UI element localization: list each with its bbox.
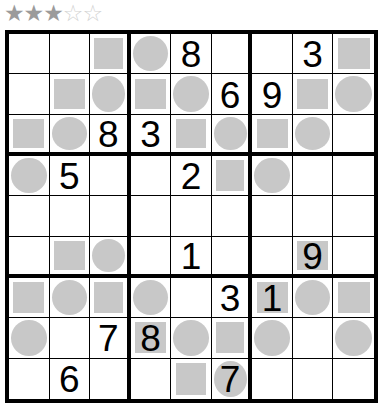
cell-r5c4[interactable] <box>131 196 172 236</box>
even-square-marker <box>338 38 370 69</box>
cell-r5c3[interactable] <box>90 196 131 236</box>
even-square-marker <box>54 241 85 270</box>
cell-r4c5[interactable]: 2 <box>171 156 212 196</box>
cell-r7c9[interactable] <box>333 278 374 318</box>
given-digit: 3 <box>220 280 241 317</box>
odd-circle-marker <box>214 117 247 150</box>
cell-r8c4[interactable]: 8 <box>131 318 172 358</box>
odd-circle-marker <box>52 280 88 315</box>
cell-r2c8[interactable] <box>293 74 334 114</box>
cell-r5c2[interactable] <box>50 196 91 236</box>
cell-r6c3[interactable] <box>90 237 131 278</box>
cell-r2c9[interactable] <box>333 74 374 114</box>
cell-r3c8[interactable] <box>293 115 334 156</box>
cell-r2c2[interactable] <box>50 74 91 114</box>
cell-r3c7[interactable] <box>252 115 293 156</box>
even-square-marker <box>216 160 245 191</box>
odd-circle-marker <box>52 117 88 150</box>
cell-r9c2[interactable]: 6 <box>50 359 91 399</box>
cell-r7c8[interactable] <box>293 278 334 318</box>
even-square-marker <box>176 363 207 395</box>
cell-r9c3[interactable] <box>90 359 131 399</box>
even-square-marker <box>176 119 207 148</box>
cell-r5c7[interactable] <box>252 196 293 236</box>
cell-r3c6[interactable] <box>212 115 253 156</box>
cell-r7c4[interactable] <box>131 278 172 318</box>
cell-r2c4[interactable] <box>131 74 172 114</box>
cell-r6c2[interactable] <box>50 237 91 278</box>
cell-r2c1[interactable] <box>9 74 50 114</box>
even-square-marker <box>54 79 85 110</box>
cell-r8c5[interactable] <box>171 318 212 358</box>
odd-circle-marker <box>133 36 169 71</box>
odd-circle-marker <box>254 158 290 193</box>
cell-r6c1[interactable] <box>9 237 50 278</box>
cell-r6c9[interactable] <box>333 237 374 278</box>
given-digit: 6 <box>59 361 80 398</box>
cell-r6c6[interactable] <box>212 237 253 278</box>
given-digit: 7 <box>98 320 119 357</box>
odd-circle-marker <box>335 320 372 355</box>
cell-r2c5[interactable] <box>171 74 212 114</box>
odd-circle-marker <box>11 158 47 193</box>
cell-r9c5[interactable] <box>171 359 212 399</box>
given-digit: 1 <box>262 280 283 317</box>
cell-r3c9[interactable] <box>333 115 374 156</box>
cell-r9c9[interactable] <box>333 359 374 399</box>
odd-circle-marker <box>133 280 169 315</box>
cell-r5c5[interactable] <box>171 196 212 236</box>
sudoku-board: 8369835219317867 <box>5 30 378 403</box>
cell-r6c5[interactable]: 1 <box>171 237 212 278</box>
given-digit: 8 <box>98 116 119 153</box>
cell-r1c2[interactable] <box>50 34 91 74</box>
filled-stars: ★★★ <box>4 0 63 26</box>
cell-r1c8[interactable]: 3 <box>293 34 334 74</box>
odd-circle-marker <box>173 320 209 355</box>
cell-r7c1[interactable] <box>9 278 50 318</box>
cell-r4c8[interactable] <box>293 156 334 196</box>
cell-r3c2[interactable] <box>50 115 91 156</box>
cell-r8c9[interactable] <box>333 318 374 358</box>
odd-circle-marker <box>92 239 125 272</box>
cell-r8c3[interactable]: 7 <box>90 318 131 358</box>
even-square-marker <box>94 38 123 69</box>
cell-r8c8[interactable] <box>293 318 334 358</box>
cell-r8c2[interactable] <box>50 318 91 358</box>
odd-circle-marker <box>92 76 125 111</box>
cell-r1c7[interactable] <box>252 34 293 74</box>
empty-stars: ☆☆ <box>63 0 102 26</box>
cell-r1c3[interactable] <box>90 34 131 74</box>
cell-r4c6[interactable] <box>212 156 253 196</box>
cell-r3c5[interactable] <box>171 115 212 156</box>
even-square-marker <box>135 79 166 110</box>
cell-r8c6[interactable] <box>212 318 253 358</box>
even-square-marker <box>257 119 288 148</box>
cell-r4c2[interactable]: 5 <box>50 156 91 196</box>
odd-circle-marker <box>335 76 372 111</box>
odd-circle-marker <box>173 76 209 111</box>
given-digit: 8 <box>181 36 202 73</box>
odd-circle-marker <box>11 320 47 355</box>
cell-r4c7[interactable] <box>252 156 293 196</box>
cell-r2c7[interactable]: 9 <box>252 74 293 114</box>
cell-r2c3[interactable] <box>90 74 131 114</box>
odd-circle-marker <box>295 280 331 315</box>
given-digit: 3 <box>302 36 323 73</box>
cell-r9c1[interactable] <box>9 359 50 399</box>
even-square-marker <box>94 282 123 313</box>
cell-r6c7[interactable] <box>252 237 293 278</box>
cell-r7c6[interactable]: 3 <box>212 278 253 318</box>
cell-r5c8[interactable] <box>293 196 334 236</box>
even-square-marker <box>13 282 44 313</box>
cell-r3c1[interactable] <box>9 115 50 156</box>
even-square-marker <box>13 119 44 148</box>
cell-r7c7[interactable]: 1 <box>252 278 293 318</box>
given-digit: 5 <box>59 158 80 195</box>
cell-r4c1[interactable] <box>9 156 50 196</box>
given-digit: 9 <box>262 77 283 114</box>
odd-circle-marker <box>254 320 290 355</box>
cell-r3c3[interactable]: 8 <box>90 115 131 156</box>
even-square-marker <box>297 79 328 110</box>
cell-r2c6[interactable]: 6 <box>212 74 253 114</box>
given-digit: 3 <box>140 116 161 153</box>
cell-r7c2[interactable] <box>50 278 91 318</box>
cell-r4c9[interactable] <box>333 156 374 196</box>
cell-r1c4[interactable] <box>131 34 172 74</box>
cell-r8c7[interactable] <box>252 318 293 358</box>
even-square-marker <box>338 282 370 313</box>
given-digit: 8 <box>140 320 161 357</box>
cell-r5c9[interactable] <box>333 196 374 236</box>
cell-r4c4[interactable] <box>131 156 172 196</box>
cell-r6c4[interactable] <box>131 237 172 278</box>
cell-r4c3[interactable] <box>90 156 131 196</box>
cell-r1c1[interactable] <box>9 34 50 74</box>
cell-r9c6[interactable]: 7 <box>212 359 253 399</box>
even-square-marker <box>216 322 245 353</box>
given-digit: 7 <box>220 361 241 398</box>
given-digit: 9 <box>302 238 323 275</box>
cell-r3c4[interactable]: 3 <box>131 115 172 156</box>
cell-r1c6[interactable] <box>212 34 253 74</box>
cell-r1c9[interactable] <box>333 34 374 74</box>
cell-r9c7[interactable] <box>252 359 293 399</box>
cell-r7c3[interactable] <box>90 278 131 318</box>
given-digit: 6 <box>220 77 241 114</box>
cell-r7c5[interactable] <box>171 278 212 318</box>
cell-r1c5[interactable]: 8 <box>171 34 212 74</box>
cell-r5c6[interactable] <box>212 196 253 236</box>
given-digit: 1 <box>181 238 202 275</box>
cell-r9c8[interactable] <box>293 359 334 399</box>
difficulty-stars: ★★★☆☆ <box>4 0 102 28</box>
cell-r5c1[interactable] <box>9 196 50 236</box>
cell-r6c8[interactable]: 9 <box>293 237 334 278</box>
odd-circle-marker <box>295 117 331 150</box>
cell-r9c4[interactable] <box>131 359 172 399</box>
cell-r8c1[interactable] <box>9 318 50 358</box>
given-digit: 2 <box>181 158 202 195</box>
